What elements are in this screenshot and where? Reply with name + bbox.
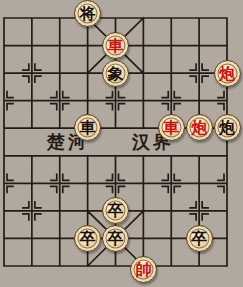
piece-glyph: 車: [163, 120, 179, 136]
piece-glyph: 車: [80, 120, 96, 136]
piece-glyph: 卒: [80, 231, 96, 247]
piece-red-chariot[interactable]: 車: [102, 32, 129, 59]
pieces-layer: 将車象炮車車炮炮卒卒卒卒帥: [0, 4, 241, 279]
piece-glyph: 卒: [108, 203, 124, 219]
piece-black-soldier[interactable]: 卒: [74, 225, 101, 252]
piece-glyph: 炮: [191, 120, 207, 136]
piece-red-chariot[interactable]: 車: [158, 114, 185, 141]
piece-red-general[interactable]: 帥: [130, 256, 157, 283]
piece-black-soldier[interactable]: 卒: [102, 225, 129, 252]
piece-black-cannon[interactable]: 炮: [214, 114, 241, 141]
piece-red-cannon[interactable]: 炮: [186, 114, 213, 141]
piece-glyph: 象: [108, 66, 124, 82]
piece-glyph: 炮: [219, 66, 235, 82]
piece-glyph: 卒: [108, 231, 124, 247]
piece-black-soldier[interactable]: 卒: [102, 197, 129, 224]
xiangqi-board: 楚河 汉界 将車象炮車車炮炮卒卒卒卒帥: [0, 0, 243, 287]
piece-red-cannon[interactable]: 炮: [214, 60, 241, 87]
piece-glyph: 卒: [191, 231, 207, 247]
piece-glyph: 車: [108, 38, 124, 54]
piece-glyph: 将: [80, 6, 96, 22]
piece-black-general[interactable]: 将: [74, 0, 101, 27]
piece-black-elephant[interactable]: 象: [102, 60, 129, 87]
piece-black-soldier[interactable]: 卒: [186, 225, 213, 252]
piece-glyph: 炮: [219, 120, 235, 136]
piece-black-chariot[interactable]: 車: [74, 114, 101, 141]
piece-glyph: 帥: [135, 262, 151, 278]
